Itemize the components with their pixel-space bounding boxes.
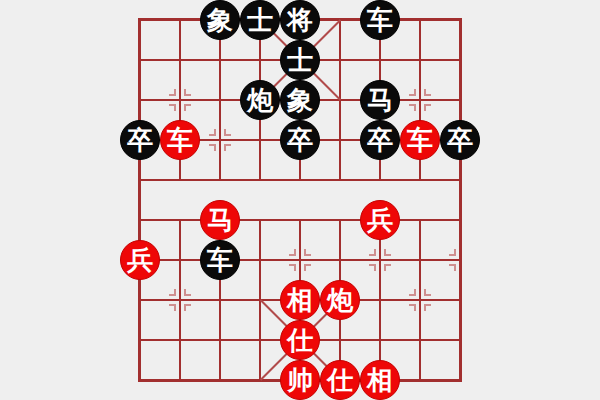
black-general[interactable]: 将 <box>280 0 320 40</box>
point-marker-corner <box>184 289 191 296</box>
point-marker-corner <box>169 289 176 296</box>
point-marker-corner <box>424 89 431 96</box>
grid-line-vertical <box>419 220 421 380</box>
red-elephant[interactable]: 相 <box>280 280 320 320</box>
point-marker-corner <box>424 104 431 111</box>
black-soldier[interactable]: 卒 <box>360 120 400 160</box>
grid-line-vertical <box>219 20 221 180</box>
black-advisor[interactable]: 士 <box>240 0 280 40</box>
black-cannon[interactable]: 炮 <box>240 80 280 120</box>
red-cannon[interactable]: 炮 <box>320 280 360 320</box>
black-elephant[interactable]: 象 <box>200 0 240 40</box>
xiangqi-board[interactable]: 象士将车士炮象马卒车卒卒车卒马兵兵车相炮仕帅仕相 <box>0 0 600 400</box>
point-marker-corner <box>224 144 231 151</box>
point-marker-corner <box>409 304 416 311</box>
grid-line-vertical <box>379 220 381 380</box>
red-chariot[interactable]: 车 <box>400 120 440 160</box>
point-marker-corner <box>449 264 456 271</box>
red-chariot[interactable]: 车 <box>160 120 200 160</box>
point-marker-corner <box>424 289 431 296</box>
point-marker-corner <box>184 104 191 111</box>
point-marker-corner <box>169 104 176 111</box>
black-soldier[interactable]: 卒 <box>440 120 480 160</box>
black-chariot[interactable]: 车 <box>200 240 240 280</box>
point-marker-corner <box>409 89 416 96</box>
red-general[interactable]: 帅 <box>280 360 320 400</box>
point-marker-corner <box>384 249 391 256</box>
red-soldier[interactable]: 兵 <box>120 240 160 280</box>
point-marker-corner <box>169 304 176 311</box>
red-advisor[interactable]: 仕 <box>280 320 320 360</box>
black-elephant[interactable]: 象 <box>280 80 320 120</box>
point-marker-corner <box>304 264 311 271</box>
point-marker-corner <box>304 249 311 256</box>
point-marker-corner <box>289 264 296 271</box>
point-marker-corner <box>224 129 231 136</box>
black-soldier[interactable]: 卒 <box>280 120 320 160</box>
point-marker-corner <box>384 264 391 271</box>
point-marker-corner <box>289 249 296 256</box>
point-marker-corner <box>409 289 416 296</box>
red-soldier[interactable]: 兵 <box>360 200 400 240</box>
black-soldier[interactable]: 卒 <box>120 120 160 160</box>
black-chariot[interactable]: 车 <box>360 0 400 40</box>
xiangqi-app: 象士将车士炮象马卒车卒卒车卒马兵兵车相炮仕帅仕相 <box>0 0 600 400</box>
point-marker-corner <box>209 129 216 136</box>
point-marker-corner <box>369 264 376 271</box>
red-elephant[interactable]: 相 <box>360 360 400 400</box>
black-advisor[interactable]: 士 <box>280 40 320 80</box>
red-advisor[interactable]: 仕 <box>320 360 360 400</box>
grid-line-vertical <box>179 220 181 380</box>
point-marker-corner <box>184 89 191 96</box>
point-marker-corner <box>184 304 191 311</box>
red-horse[interactable]: 马 <box>200 200 240 240</box>
point-marker-corner <box>424 304 431 311</box>
point-marker-corner <box>209 144 216 151</box>
point-marker-corner <box>369 249 376 256</box>
point-marker-corner <box>169 89 176 96</box>
point-marker-corner <box>449 249 456 256</box>
point-marker-corner <box>409 104 416 111</box>
black-horse[interactable]: 马 <box>360 80 400 120</box>
